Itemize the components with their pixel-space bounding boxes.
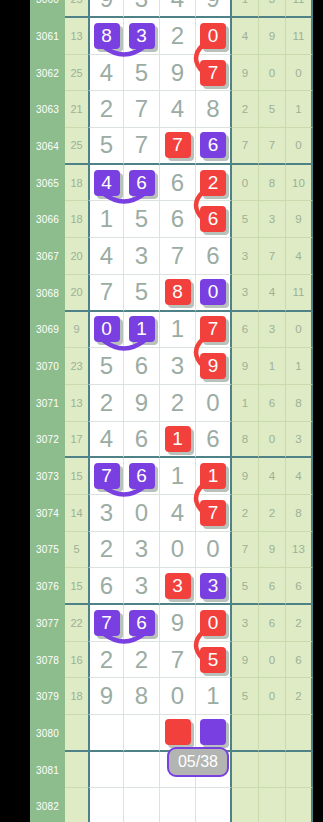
digit-cell: 8 (160, 275, 196, 312)
highlight-box-red: 0 (200, 610, 226, 636)
digit-cell: 9 (196, 348, 232, 385)
stat-cell: 11 (286, 18, 313, 55)
digit-cell: 1 (196, 458, 232, 495)
digit-cell: 2 (88, 532, 124, 569)
digit-cell: 9 (124, 385, 160, 422)
stat-cell (259, 788, 286, 822)
stat-cell (259, 715, 286, 752)
digit-cell: 5 (196, 642, 232, 679)
digit-cell: 7 (160, 128, 196, 165)
sum-cell: 15 (65, 568, 88, 605)
highlight-box-red: 5 (200, 647, 226, 673)
draw-id-cell: 3076 (30, 568, 65, 605)
stat-cell: 0 (259, 642, 286, 679)
stat-cell (286, 752, 313, 789)
digit-cell: 6 (124, 605, 160, 642)
stat-cell (232, 752, 259, 789)
digit-cell (124, 715, 160, 752)
draw-id-cell: 3063 (30, 91, 65, 128)
digit-cell: 8 (88, 18, 124, 55)
highlight-box-purple: 3 (200, 573, 226, 599)
digit-cell: 3 (124, 238, 160, 275)
sum-cell: 14 (65, 495, 88, 532)
draw-row: 3080 (30, 715, 313, 752)
stat-cell: 4 (259, 275, 286, 312)
draw-row: 30611383204911 (30, 18, 313, 55)
digit-cell: 9 (88, 0, 124, 18)
stat-cell: 1 (232, 385, 259, 422)
stat-cell: 9 (232, 458, 259, 495)
stat-cell: 8 (286, 495, 313, 532)
highlight-box-red: 6 (200, 206, 226, 232)
stat-cell: 6 (286, 642, 313, 679)
draw-id-cell: 3078 (30, 642, 65, 679)
stat-cell: 2 (286, 678, 313, 715)
digit-cell (88, 752, 124, 789)
digit-cell: 7 (88, 275, 124, 312)
stat-cell: 9 (259, 18, 286, 55)
digit-cell: 0 (196, 605, 232, 642)
digit-cell: 4 (160, 0, 196, 18)
highlight-box-red: 2 (200, 170, 226, 196)
highlight-box-purple: 0 (94, 316, 120, 342)
digit-cell: 6 (88, 568, 124, 605)
digit-cell: 4 (88, 422, 124, 459)
digit-cell: 6 (160, 165, 196, 202)
stat-cell: 5 (232, 678, 259, 715)
draw-id-cell: 3068 (30, 275, 65, 312)
stat-cell: 4 (286, 458, 313, 495)
digit-cell: 7 (124, 128, 160, 165)
stat-cell: 2 (259, 495, 286, 532)
digit-cell: 7 (196, 312, 232, 349)
stat-cell: 4 (286, 238, 313, 275)
draw-row: 3064255776770 (30, 128, 313, 165)
stat-cell: 7 (232, 532, 259, 569)
digit-cell: 2 (160, 18, 196, 55)
draw-id-cell: 3069 (30, 312, 65, 349)
digit-cell: 1 (160, 312, 196, 349)
draw-id-cell: 3075 (30, 532, 65, 569)
stat-cell: 8 (286, 385, 313, 422)
digit-cell: 4 (88, 238, 124, 275)
draw-id-cell: 3082 (30, 788, 65, 822)
digit-cell: 6 (124, 165, 160, 202)
sum-cell: 18 (65, 165, 88, 202)
draw-id-cell: 3079 (30, 678, 65, 715)
digit-cell: 3 (124, 568, 160, 605)
draw-id-cell: 3067 (30, 238, 65, 275)
stat-cell: 1 (259, 348, 286, 385)
stat-cell: 2 (286, 605, 313, 642)
highlight-box-purple: 4 (94, 170, 120, 196)
stat-cell: 4 (259, 458, 286, 495)
draw-row: 3075523007913 (30, 532, 313, 569)
sum-cell: 15 (65, 458, 88, 495)
stat-cell: 1 (286, 91, 313, 128)
digit-cell: 6 (124, 348, 160, 385)
digit-cell: 1 (196, 678, 232, 715)
digit-cell: 4 (88, 55, 124, 92)
stat-cell: 5 (232, 568, 259, 605)
digit-cell: 5 (124, 275, 160, 312)
highlight-box-red: 7 (200, 60, 226, 86)
highlight-box-purple: 6 (129, 170, 155, 196)
digit-cell: 0 (196, 385, 232, 422)
draw-id-cell: 3080 (30, 715, 65, 752)
digit-cell: 6 (160, 201, 196, 238)
highlight-box-purple: 6 (129, 610, 155, 636)
draw-id-cell: 3065 (30, 165, 65, 202)
digit-cell: 5 (124, 55, 160, 92)
stat-cell: 8 (232, 422, 259, 459)
draw-row: 3082 (30, 788, 313, 822)
digit-cell: 8 (124, 678, 160, 715)
digit-cell (196, 715, 232, 752)
sum-cell: 23 (65, 348, 88, 385)
left-black-strip (0, 0, 30, 822)
digit-cell: 8 (196, 91, 232, 128)
draw-id-cell: 3070 (30, 348, 65, 385)
draw-id-cell: 3066 (30, 201, 65, 238)
stat-cell: 9 (232, 55, 259, 92)
highlight-box-red (165, 719, 191, 745)
digit-cell: 9 (160, 605, 196, 642)
draw-row: 3077227690362 (30, 605, 313, 642)
draw-id-cell: 3081 (30, 752, 65, 789)
highlight-box-red: 7 (200, 316, 226, 342)
highlight-box-red: 1 (165, 426, 191, 452)
stat-cell: 0 (259, 55, 286, 92)
draw-row: 3063212748251 (30, 91, 313, 128)
digit-cell: 7 (160, 642, 196, 679)
digit-cell: 6 (124, 458, 160, 495)
highlight-box-red: 7 (165, 132, 191, 158)
draw-id-cell: 3077 (30, 605, 65, 642)
digit-cell: 3 (160, 568, 196, 605)
draw-row: 3078162275906 (30, 642, 313, 679)
draw-row: 3071132920168 (30, 385, 313, 422)
stat-cell: 3 (259, 312, 286, 349)
stat-cell: 13 (286, 532, 313, 569)
stat-cell: 3 (232, 238, 259, 275)
stat-cell: 11 (286, 275, 313, 312)
digit-cell (160, 788, 196, 822)
digit-cell: 3 (124, 18, 160, 55)
digit-cell: 4 (88, 165, 124, 202)
draw-row: 3067204376374 (30, 238, 313, 275)
digit-cell: 3 (124, 0, 160, 18)
digit-cell: 2 (88, 385, 124, 422)
stat-cell: 0 (232, 165, 259, 202)
digit-cell (124, 752, 160, 789)
digit-cell: 1 (88, 201, 124, 238)
digit-cell: 9 (160, 55, 196, 92)
highlight-box-purple: 6 (129, 463, 155, 489)
highlight-box-purple: 7 (94, 463, 120, 489)
draw-row: 3073157611944 (30, 458, 313, 495)
digit-cell: 7 (196, 495, 232, 532)
sum-cell: 20 (65, 275, 88, 312)
stat-cell: 10 (286, 165, 313, 202)
stat-cell: 6 (259, 605, 286, 642)
digit-cell (196, 788, 232, 822)
draw-row: 30602593491311 (30, 0, 313, 18)
stat-cell: 9 (286, 201, 313, 238)
digit-cell: 2 (160, 385, 196, 422)
digit-cell: 7 (88, 605, 124, 642)
sum-cell: 9 (65, 312, 88, 349)
stat-cell: 7 (232, 128, 259, 165)
draw-id-cell: 3060 (30, 0, 65, 18)
stat-cell: 3 (259, 0, 286, 18)
sum-cell: 16 (65, 642, 88, 679)
draw-id-cell: 3073 (30, 458, 65, 495)
digit-cell: 2 (88, 642, 124, 679)
sum-cell: 22 (65, 605, 88, 642)
stat-cell: 6 (286, 568, 313, 605)
digit-cell: 7 (88, 458, 124, 495)
stat-cell: 3 (232, 605, 259, 642)
digit-cell: 6 (124, 422, 160, 459)
digit-cell: 0 (160, 678, 196, 715)
sum-cell: 25 (65, 128, 88, 165)
digit-cell: 0 (196, 18, 232, 55)
stat-cell: 2 (232, 495, 259, 532)
sum-cell: 25 (65, 0, 88, 18)
digit-cell: 6 (196, 238, 232, 275)
stat-cell: 0 (286, 312, 313, 349)
highlight-box-red: 0 (200, 23, 226, 49)
highlight-box-red: 3 (165, 573, 191, 599)
digit-cell: 7 (196, 55, 232, 92)
stat-cell (232, 788, 259, 822)
highlight-box-red: 9 (200, 353, 226, 379)
stat-cell: 0 (286, 128, 313, 165)
digit-cell: 3 (196, 568, 232, 605)
sum-cell: 21 (65, 91, 88, 128)
digit-cell: 6 (196, 128, 232, 165)
digit-cell: 5 (124, 201, 160, 238)
stat-cell: 7 (259, 128, 286, 165)
stat-cell: 9 (232, 348, 259, 385)
digit-cell (88, 715, 124, 752)
stat-cell: 6 (232, 312, 259, 349)
draw-row: 3079189801502 (30, 678, 313, 715)
digit-cell: 1 (160, 458, 196, 495)
digit-cell: 5 (88, 348, 124, 385)
stat-cell: 3 (232, 275, 259, 312)
digit-cell: 9 (196, 0, 232, 18)
digit-cell: 4 (160, 91, 196, 128)
digit-cell: 2 (124, 642, 160, 679)
digit-cell: 2 (196, 165, 232, 202)
digit-cell: 0 (196, 532, 232, 569)
draw-id-cell: 3062 (30, 55, 65, 92)
stat-cell: 1 (232, 0, 259, 18)
stat-cell: 0 (259, 422, 286, 459)
draw-row: 3066181566539 (30, 201, 313, 238)
digit-cell: 0 (124, 495, 160, 532)
sum-cell: 5 (65, 532, 88, 569)
digit-cell: 3 (160, 348, 196, 385)
stat-cell: 8 (259, 165, 286, 202)
draw-row: 3062254597900 (30, 55, 313, 92)
sum-cell (65, 788, 88, 822)
highlight-box-purple: 0 (200, 279, 226, 305)
digit-cell: 0 (160, 532, 196, 569)
digit-cell: 6 (196, 422, 232, 459)
highlight-box-purple: 6 (200, 132, 226, 158)
sum-cell (65, 715, 88, 752)
digit-cell: 3 (124, 532, 160, 569)
digit-cell (160, 715, 196, 752)
stat-cell: 6 (259, 568, 286, 605)
draw-id-cell: 3071 (30, 385, 65, 422)
stat-cell: 2 (232, 91, 259, 128)
highlight-box-purple (200, 719, 226, 745)
sum-cell: 13 (65, 18, 88, 55)
stat-cell: 6 (259, 385, 286, 422)
stat-cell: 3 (259, 201, 286, 238)
digit-cell: 1 (160, 422, 196, 459)
digit-cell: 5 (88, 128, 124, 165)
draw-id-cell: 3061 (30, 18, 65, 55)
digit-cell (88, 788, 124, 822)
highlight-box-purple: 8 (94, 23, 120, 49)
stat-cell (259, 752, 286, 789)
lottery-trend-screen: 3060259349131130611383204911306225459790… (0, 0, 323, 822)
stat-cell: 9 (259, 532, 286, 569)
draw-row: 3072174616803 (30, 422, 313, 459)
stat-cell (286, 788, 313, 822)
highlight-box-red: 8 (165, 279, 191, 305)
digit-cell: 0 (196, 275, 232, 312)
stat-cell: 11 (286, 0, 313, 18)
digit-cell: 4 (160, 495, 196, 532)
stat-cell: 0 (259, 678, 286, 715)
digit-cell: 0 (88, 312, 124, 349)
highlight-box-red: 7 (200, 500, 226, 526)
stat-cell: 5 (232, 201, 259, 238)
draw-id-cell: 3064 (30, 128, 65, 165)
sum-cell: 20 (65, 238, 88, 275)
stat-cell: 4 (232, 18, 259, 55)
digit-cell: 2 (88, 91, 124, 128)
sum-cell (65, 752, 88, 789)
highlight-box-red: 1 (200, 463, 226, 489)
sum-cell: 18 (65, 678, 88, 715)
digit-cell (124, 788, 160, 822)
stat-cell: 5 (259, 91, 286, 128)
stat-cell (232, 715, 259, 752)
sum-cell: 17 (65, 422, 88, 459)
highlight-box-purple: 7 (94, 610, 120, 636)
digit-cell: 7 (160, 238, 196, 275)
draw-id-cell: 3074 (30, 495, 65, 532)
right-black-strip (313, 0, 323, 822)
highlight-box-purple: 3 (129, 23, 155, 49)
draw-row: 30682075803411 (30, 275, 313, 312)
draw-row: 30651846620810 (30, 165, 313, 202)
draw-rows: 3060259349131130611383204911306225459790… (30, 0, 313, 822)
digit-cell: 1 (124, 312, 160, 349)
digit-cell: 3 (88, 495, 124, 532)
digit-cell: 7 (124, 91, 160, 128)
draw-row: 3074143047228 (30, 495, 313, 532)
trend-table: 3060259349131130611383204911306225459790… (30, 0, 313, 822)
stat-cell: 1 (286, 348, 313, 385)
highlight-box-purple: 1 (129, 316, 155, 342)
sum-cell: 25 (65, 55, 88, 92)
stat-cell (286, 715, 313, 752)
digit-cell: 6 (196, 201, 232, 238)
draw-row: 3070235639911 (30, 348, 313, 385)
draw-row: 3076156333566 (30, 568, 313, 605)
countdown-badge: 05/38 (167, 747, 229, 777)
stat-cell: 9 (232, 642, 259, 679)
sum-cell: 18 (65, 201, 88, 238)
draw-id-cell: 3072 (30, 422, 65, 459)
stat-cell: 3 (286, 422, 313, 459)
draw-row: 306990117630 (30, 312, 313, 349)
stat-cell: 0 (286, 55, 313, 92)
stat-cell: 7 (259, 238, 286, 275)
sum-cell: 13 (65, 385, 88, 422)
digit-cell: 9 (88, 678, 124, 715)
